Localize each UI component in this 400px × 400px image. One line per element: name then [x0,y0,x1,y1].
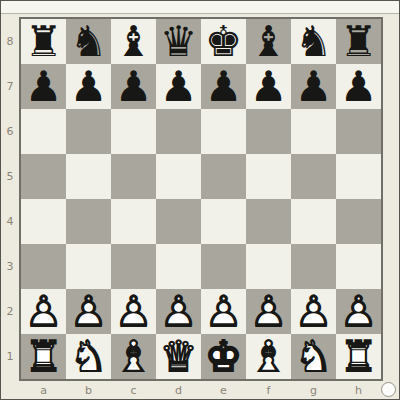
square-f2[interactable]: ♟♙ [246,289,291,334]
square-g2[interactable]: ♟♙ [291,289,336,334]
square-c4[interactable] [111,199,156,244]
piece-black-pawn: ♟ [336,64,381,109]
square-g5[interactable] [291,154,336,199]
rank-label-3: 3 [1,244,19,289]
piece-white-pawn: ♟♙ [66,289,111,334]
square-c7[interactable]: ♟ [111,64,156,109]
piece-black-pawn: ♟ [156,64,201,109]
square-a6[interactable] [21,109,66,154]
square-d1[interactable]: ♛♕ [156,334,201,379]
file-label-f: f [246,381,291,399]
square-b7[interactable]: ♟ [66,64,111,109]
piece-white-knight: ♞♘ [66,334,111,379]
piece-black-pawn: ♟ [21,64,66,109]
square-e8[interactable]: ♚ [201,19,246,64]
file-label-e: e [201,381,246,399]
square-b3[interactable] [66,244,111,289]
piece-black-pawn: ♟ [111,64,156,109]
piece-black-pawn: ♟ [201,64,246,109]
piece-black-knight: ♞ [66,19,111,64]
square-a4[interactable] [21,199,66,244]
square-h1[interactable]: ♜♖ [336,334,381,379]
rank-label-8: 8 [1,19,19,64]
square-d2[interactable]: ♟♙ [156,289,201,334]
file-label-h: h [336,381,381,399]
square-g6[interactable] [291,109,336,154]
file-labels: abcdefgh [21,381,381,399]
square-b5[interactable] [66,154,111,199]
file-label-a: a [21,381,66,399]
piece-white-pawn: ♟♙ [246,289,291,334]
piece-black-rook: ♜ [21,19,66,64]
square-c2[interactable]: ♟♙ [111,289,156,334]
square-c6[interactable] [111,109,156,154]
chess-board-frame: ♜♞♝♛♚♝♞♜♟♟♟♟♟♟♟♟♟♙♟♙♟♙♟♙♟♙♟♙♟♙♟♙♜♖♞♘♝♗♛♕… [19,17,383,381]
piece-white-queen: ♛♕ [156,334,201,379]
square-e5[interactable] [201,154,246,199]
square-c3[interactable] [111,244,156,289]
square-b6[interactable] [66,109,111,154]
square-d6[interactable] [156,109,201,154]
square-a8[interactable]: ♜ [21,19,66,64]
chess-app-window: 87654321 ♜♞♝♛♚♝♞♜♟♟♟♟♟♟♟♟♟♙♟♙♟♙♟♙♟♙♟♙♟♙♟… [0,0,400,400]
square-d5[interactable] [156,154,201,199]
piece-black-bishop: ♝ [246,19,291,64]
square-b8[interactable]: ♞ [66,19,111,64]
square-e2[interactable]: ♟♙ [201,289,246,334]
piece-black-king: ♚ [201,19,246,64]
square-f8[interactable]: ♝ [246,19,291,64]
square-e6[interactable] [201,109,246,154]
piece-black-pawn: ♟ [291,64,336,109]
piece-black-knight: ♞ [291,19,336,64]
square-a1[interactable]: ♜♖ [21,334,66,379]
piece-white-knight: ♞♘ [291,334,336,379]
square-b1[interactable]: ♞♘ [66,334,111,379]
square-e3[interactable] [201,244,246,289]
square-d7[interactable]: ♟ [156,64,201,109]
piece-white-rook: ♜♖ [336,334,381,379]
rank-label-7: 7 [1,64,19,109]
square-g8[interactable]: ♞ [291,19,336,64]
piece-white-king: ♚♔ [201,334,246,379]
piece-white-pawn: ♟♙ [21,289,66,334]
square-e7[interactable]: ♟ [201,64,246,109]
window-top-strip [1,1,399,14]
piece-white-pawn: ♟♙ [291,289,336,334]
rank-label-2: 2 [1,289,19,334]
square-b4[interactable] [66,199,111,244]
square-h2[interactable]: ♟♙ [336,289,381,334]
file-label-c: c [111,381,156,399]
rank-label-1: 1 [1,334,19,379]
square-b2[interactable]: ♟♙ [66,289,111,334]
square-f5[interactable] [246,154,291,199]
square-g4[interactable] [291,199,336,244]
piece-black-pawn: ♟ [66,64,111,109]
rank-label-6: 6 [1,109,19,154]
square-e1[interactable]: ♚♔ [201,334,246,379]
square-h8[interactable]: ♜ [336,19,381,64]
piece-black-queen: ♛ [156,19,201,64]
piece-white-pawn: ♟♙ [111,289,156,334]
piece-black-rook: ♜ [336,19,381,64]
square-c5[interactable] [111,154,156,199]
piece-white-bishop: ♝♗ [111,334,156,379]
piece-white-pawn: ♟♙ [156,289,201,334]
square-f4[interactable] [246,199,291,244]
square-h5[interactable] [336,154,381,199]
white-to-move-indicator [381,382,396,397]
square-f1[interactable]: ♝♗ [246,334,291,379]
rank-label-4: 4 [1,199,19,244]
piece-black-bishop: ♝ [111,19,156,64]
piece-white-pawn: ♟♙ [201,289,246,334]
file-label-g: g [291,381,336,399]
square-a3[interactable] [21,244,66,289]
square-a7[interactable]: ♟ [21,64,66,109]
square-a2[interactable]: ♟♙ [21,289,66,334]
square-f7[interactable]: ♟ [246,64,291,109]
square-e4[interactable] [201,199,246,244]
square-f3[interactable] [246,244,291,289]
square-d4[interactable] [156,199,201,244]
square-d8[interactable]: ♛ [156,19,201,64]
square-d3[interactable] [156,244,201,289]
file-label-d: d [156,381,201,399]
square-h6[interactable] [336,109,381,154]
square-h7[interactable]: ♟ [336,64,381,109]
square-g3[interactable] [291,244,336,289]
square-a5[interactable] [21,154,66,199]
square-c1[interactable]: ♝♗ [111,334,156,379]
square-c8[interactable]: ♝ [111,19,156,64]
square-g1[interactable]: ♞♘ [291,334,336,379]
rank-labels: 87654321 [1,19,19,379]
square-g7[interactable]: ♟ [291,64,336,109]
square-h3[interactable] [336,244,381,289]
piece-white-pawn: ♟♙ [336,289,381,334]
piece-white-rook: ♜♖ [21,334,66,379]
chess-board[interactable]: ♜♞♝♛♚♝♞♜♟♟♟♟♟♟♟♟♟♙♟♙♟♙♟♙♟♙♟♙♟♙♟♙♜♖♞♘♝♗♛♕… [21,19,381,379]
square-f6[interactable] [246,109,291,154]
rank-label-5: 5 [1,154,19,199]
piece-black-pawn: ♟ [246,64,291,109]
piece-white-bishop: ♝♗ [246,334,291,379]
square-h4[interactable] [336,199,381,244]
file-label-b: b [66,381,111,399]
